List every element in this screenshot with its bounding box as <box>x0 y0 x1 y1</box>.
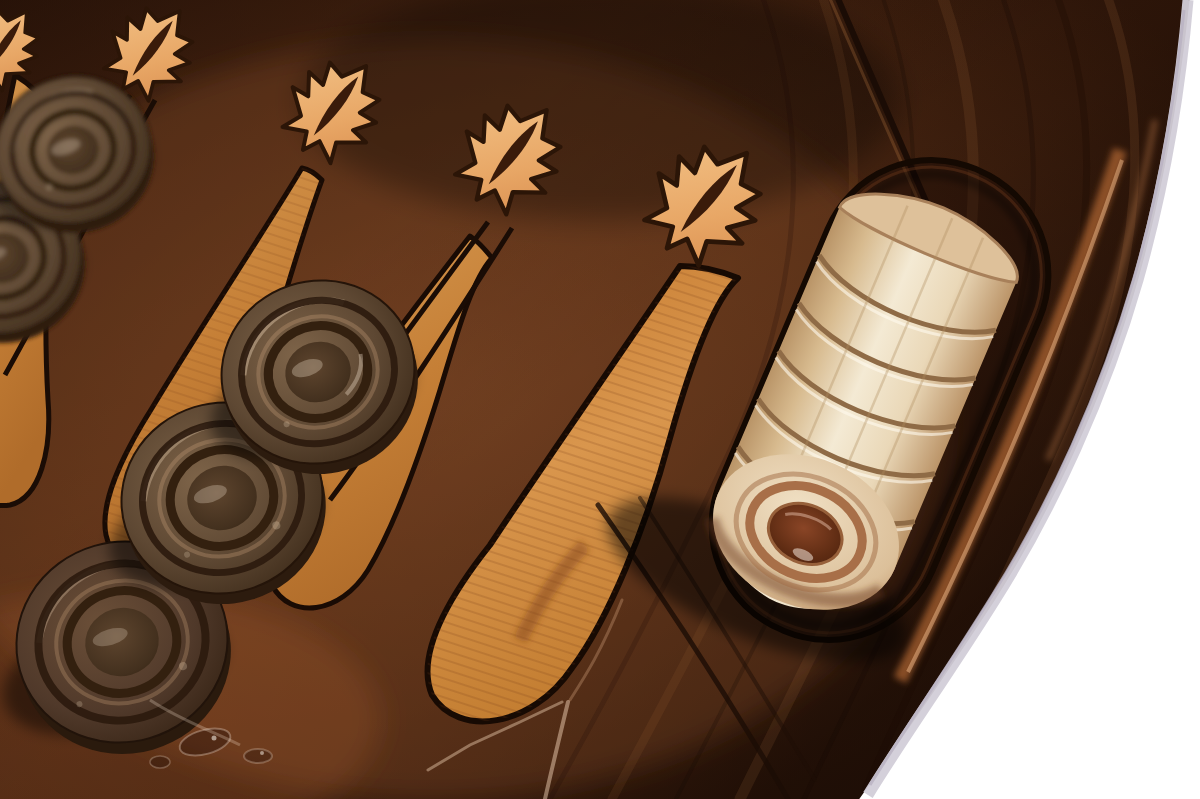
backgammon-photo-scene <box>0 0 1200 799</box>
backgammon-board-photo <box>0 0 1200 799</box>
